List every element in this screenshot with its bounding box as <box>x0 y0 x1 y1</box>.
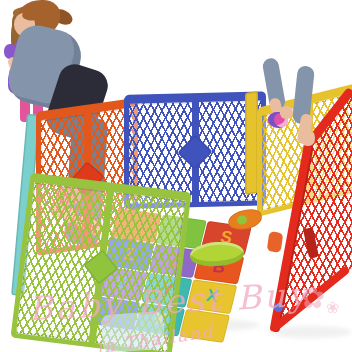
flower-icon: ❀ <box>326 298 339 317</box>
mat-tile <box>179 308 230 342</box>
product-photo: A S Z Z B E Y X K Baby Best Buy in Thail… <box>0 0 352 352</box>
woman-right-hand <box>280 106 293 119</box>
orange-latch <box>267 231 284 253</box>
orange-flame-toy <box>227 208 263 232</box>
watermark-box <box>101 311 165 352</box>
flame-toy-center <box>236 215 247 225</box>
mat-letter: X <box>204 286 220 307</box>
woman-left-hand <box>301 130 315 146</box>
mat-tile: X <box>186 279 237 313</box>
blue-connector-knob <box>274 303 283 312</box>
